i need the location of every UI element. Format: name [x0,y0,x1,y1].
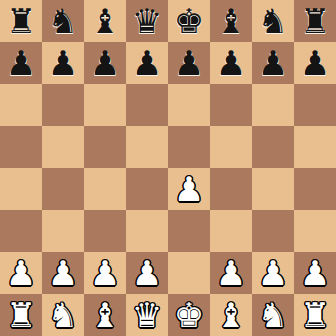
square-f1[interactable]: ♝ [210,294,252,336]
square-h3[interactable] [294,210,336,252]
square-a4[interactable] [0,168,42,210]
square-c8[interactable]: ♝ [84,0,126,42]
piece-white-queen[interactable]: ♛ [132,294,162,336]
piece-white-pawn[interactable]: ♟ [258,252,288,294]
square-b2[interactable]: ♟ [42,252,84,294]
square-b5[interactable] [42,126,84,168]
square-h2[interactable]: ♟ [294,252,336,294]
piece-black-knight[interactable]: ♞ [48,0,78,42]
square-g2[interactable]: ♟ [252,252,294,294]
piece-white-pawn[interactable]: ♟ [300,252,330,294]
square-d1[interactable]: ♛ [126,294,168,336]
square-f7[interactable]: ♟ [210,42,252,84]
square-f4[interactable] [210,168,252,210]
piece-black-pawn[interactable]: ♟ [258,42,288,84]
square-c3[interactable] [84,210,126,252]
square-a7[interactable]: ♟ [0,42,42,84]
piece-black-pawn[interactable]: ♟ [48,42,78,84]
square-e4[interactable]: ♟ [168,168,210,210]
square-g6[interactable] [252,84,294,126]
piece-black-bishop[interactable]: ♝ [216,0,246,42]
square-f5[interactable] [210,126,252,168]
piece-black-queen[interactable]: ♛ [132,0,162,42]
square-c5[interactable] [84,126,126,168]
square-g1[interactable]: ♞ [252,294,294,336]
square-c6[interactable] [84,84,126,126]
piece-black-pawn[interactable]: ♟ [90,42,120,84]
square-f8[interactable]: ♝ [210,0,252,42]
square-c4[interactable] [84,168,126,210]
piece-white-pawn[interactable]: ♟ [174,168,204,210]
square-a5[interactable] [0,126,42,168]
square-h8[interactable]: ♜ [294,0,336,42]
square-a6[interactable] [0,84,42,126]
square-e5[interactable] [168,126,210,168]
square-a1[interactable]: ♜ [0,294,42,336]
square-c7[interactable]: ♟ [84,42,126,84]
square-f2[interactable]: ♟ [210,252,252,294]
piece-black-pawn[interactable]: ♟ [300,42,330,84]
square-d7[interactable]: ♟ [126,42,168,84]
square-g3[interactable] [252,210,294,252]
square-a3[interactable] [0,210,42,252]
piece-white-rook[interactable]: ♜ [6,294,36,336]
square-d6[interactable] [126,84,168,126]
square-e2[interactable] [168,252,210,294]
piece-black-rook[interactable]: ♜ [300,0,330,42]
square-b4[interactable] [42,168,84,210]
square-c2[interactable]: ♟ [84,252,126,294]
square-f6[interactable] [210,84,252,126]
square-h6[interactable] [294,84,336,126]
square-e6[interactable] [168,84,210,126]
piece-white-pawn[interactable]: ♟ [6,252,36,294]
piece-black-pawn[interactable]: ♟ [132,42,162,84]
square-c1[interactable]: ♝ [84,294,126,336]
square-h1[interactable]: ♜ [294,294,336,336]
square-h4[interactable] [294,168,336,210]
piece-white-pawn[interactable]: ♟ [216,252,246,294]
square-b1[interactable]: ♞ [42,294,84,336]
square-g5[interactable] [252,126,294,168]
square-g4[interactable] [252,168,294,210]
square-e7[interactable]: ♟ [168,42,210,84]
square-h5[interactable] [294,126,336,168]
square-d3[interactable] [126,210,168,252]
square-b6[interactable] [42,84,84,126]
piece-black-knight[interactable]: ♞ [258,0,288,42]
chess-board: ♜♞♝♛♚♝♞♜♟♟♟♟♟♟♟♟♟♟♟♟♟♟♟♟♜♞♝♛♚♝♞♜ [0,0,336,336]
piece-white-pawn[interactable]: ♟ [132,252,162,294]
piece-black-bishop[interactable]: ♝ [90,0,120,42]
square-e8[interactable]: ♚ [168,0,210,42]
square-b7[interactable]: ♟ [42,42,84,84]
square-a2[interactable]: ♟ [0,252,42,294]
piece-white-bishop[interactable]: ♝ [216,294,246,336]
square-d2[interactable]: ♟ [126,252,168,294]
piece-white-knight[interactable]: ♞ [258,294,288,336]
piece-white-pawn[interactable]: ♟ [90,252,120,294]
piece-black-rook[interactable]: ♜ [6,0,36,42]
piece-white-king[interactable]: ♚ [174,294,204,336]
piece-white-rook[interactable]: ♜ [300,294,330,336]
square-d5[interactable] [126,126,168,168]
square-e1[interactable]: ♚ [168,294,210,336]
piece-black-pawn[interactable]: ♟ [174,42,204,84]
piece-black-pawn[interactable]: ♟ [6,42,36,84]
piece-white-bishop[interactable]: ♝ [90,294,120,336]
square-d8[interactable]: ♛ [126,0,168,42]
piece-white-pawn[interactable]: ♟ [48,252,78,294]
square-h7[interactable]: ♟ [294,42,336,84]
square-d4[interactable] [126,168,168,210]
piece-white-knight[interactable]: ♞ [48,294,78,336]
piece-black-pawn[interactable]: ♟ [216,42,246,84]
square-g8[interactable]: ♞ [252,0,294,42]
square-e3[interactable] [168,210,210,252]
square-a8[interactable]: ♜ [0,0,42,42]
piece-black-king[interactable]: ♚ [174,0,204,42]
square-b3[interactable] [42,210,84,252]
square-f3[interactable] [210,210,252,252]
square-g7[interactable]: ♟ [252,42,294,84]
square-b8[interactable]: ♞ [42,0,84,42]
